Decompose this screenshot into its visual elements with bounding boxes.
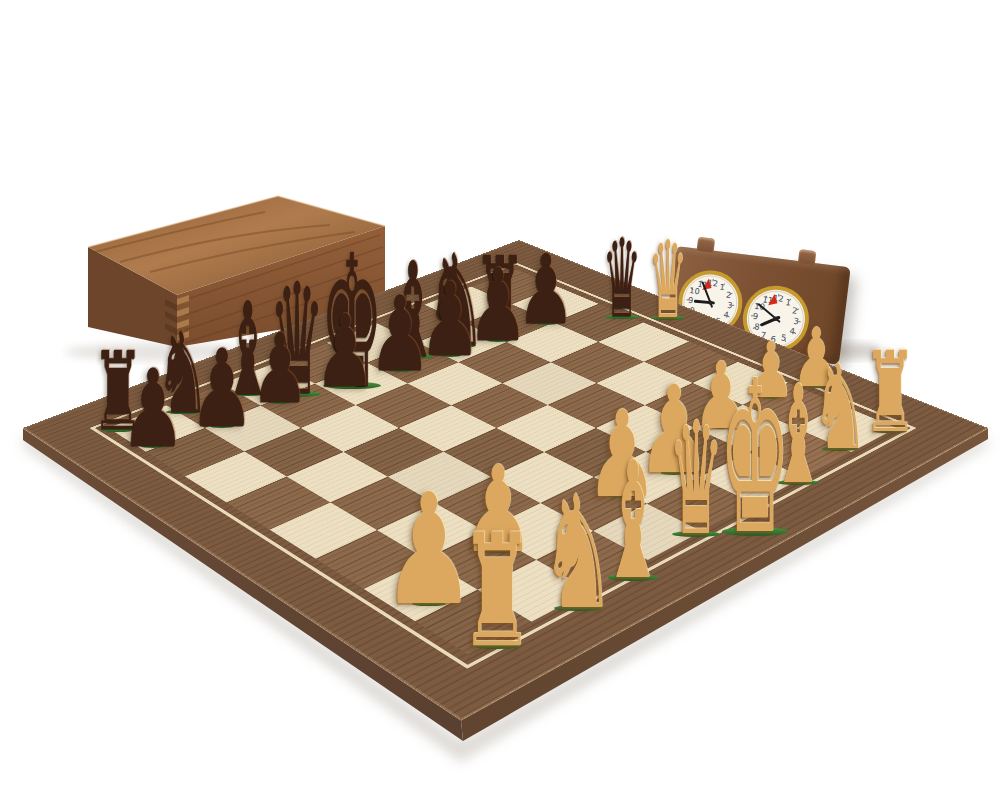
clock-button-right: [798, 249, 817, 265]
clock-button-left: [697, 237, 716, 253]
chess-set-product-photo: 121234567891011121234567891011 ♜♞♝♛♚♝♞♜♟…: [0, 0, 1000, 800]
